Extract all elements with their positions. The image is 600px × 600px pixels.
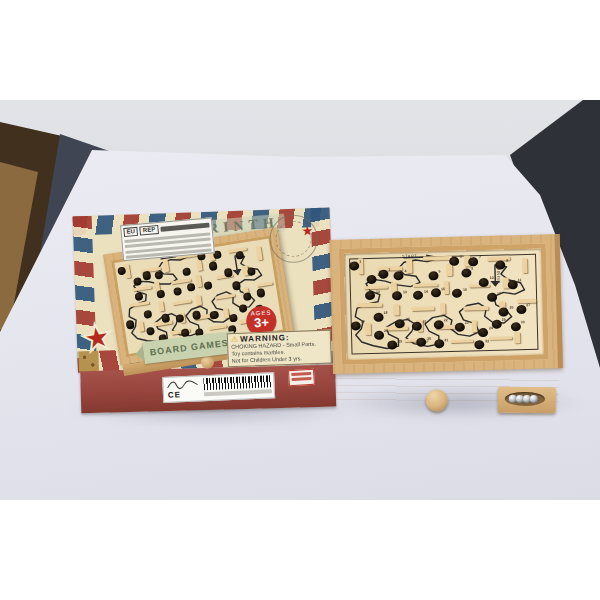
maze-wall	[463, 306, 488, 310]
hole-number: 3	[388, 268, 390, 272]
maze-hole	[208, 261, 217, 270]
barcode-sticker: CE	[162, 372, 275, 403]
star-icon: ★	[301, 224, 313, 237]
hole-number: 33	[521, 320, 525, 324]
maze-hole: 27	[516, 304, 526, 313]
maze-hole: 18	[373, 312, 383, 321]
board-frame: 1234567891011121314151617181920212223242…	[330, 234, 563, 374]
ribbon-label: BOARD GAMES	[149, 338, 229, 358]
sticker-title-bar	[160, 223, 210, 232]
hole-number: 30	[427, 336, 431, 340]
maze-hole: 23	[455, 322, 465, 331]
maze-hole: 5	[428, 271, 438, 280]
hole-number: 28	[384, 329, 388, 333]
hole-number: 8	[506, 258, 508, 262]
maze-wall	[394, 304, 400, 315]
box-front-panel: CE	[80, 365, 336, 414]
maze-hole: 9	[461, 268, 471, 277]
rep-box: REP	[140, 225, 159, 236]
barcode-number	[204, 389, 272, 396]
hole-number: 6	[460, 255, 462, 259]
tilt-knob[interactable]	[426, 389, 449, 412]
maze-wall	[357, 303, 382, 307]
maze-wall	[406, 259, 412, 273]
maze-hole: 19	[350, 321, 360, 330]
hole-number: 4	[404, 269, 406, 273]
photo-scene: LABYRINTH ★ EU REP	[0, 0, 600, 600]
hole-number: 12	[376, 289, 380, 293]
hole-number: 26	[509, 305, 513, 309]
hole-number: 23	[465, 321, 469, 325]
labyrinth-game: 1234567891011121314151617181920212223242…	[330, 234, 567, 430]
hole-number: 9	[471, 266, 473, 270]
ball-tray	[498, 387, 556, 414]
warning-icon: ⚠	[231, 335, 238, 343]
maze-hole: 1	[349, 261, 359, 270]
hole-number: 19	[361, 319, 365, 323]
maze-wall	[471, 321, 477, 332]
maze-wall	[423, 256, 452, 260]
box-lid: LABYRINTH ★ EU REP	[73, 208, 335, 373]
tray-well	[505, 392, 545, 406]
hole-number: 16	[462, 287, 466, 291]
maze-hole	[142, 271, 151, 280]
maze-wall	[522, 258, 528, 273]
maze-hole: 22	[433, 320, 443, 329]
photo-area: LABYRINTH ★ EU REP	[0, 100, 600, 500]
maze-hole: 25	[491, 319, 501, 328]
brand-script: CE	[165, 378, 200, 399]
hole-number: 15	[441, 287, 445, 291]
hole-number: 1	[359, 259, 361, 263]
ce-mark: CE	[168, 390, 182, 400]
hole-number: 21	[423, 320, 427, 324]
hole-number: 10	[489, 276, 493, 280]
barcode	[203, 375, 272, 398]
eu-box: EU	[123, 227, 138, 237]
maze-playfield: 1234567891011121314151617181920212223242…	[346, 251, 542, 358]
hole-number: 32	[485, 339, 489, 343]
hole-number: 14	[424, 289, 428, 293]
hole-number: 22	[444, 318, 448, 322]
postmark-stamp: ★	[269, 214, 319, 264]
hole-number: 11	[518, 278, 522, 282]
steel-ball	[530, 395, 538, 403]
start-label: START	[402, 254, 417, 259]
hole-number: 17	[497, 291, 501, 295]
game-box: LABYRINTH ★ EU REP	[73, 208, 337, 415]
maze-wall	[365, 323, 371, 334]
price-sticker	[288, 369, 315, 387]
board-rim: 1234567891011121314151617181920212223242…	[339, 243, 549, 364]
maze-wall	[514, 332, 520, 343]
maze-wall	[447, 264, 453, 276]
hole-number: 27	[526, 303, 530, 307]
hole-number: 13	[403, 290, 407, 294]
hole-number: 18	[384, 311, 388, 315]
warning-box: ⚠ WARNING: CHOKING HAZARD - Small Parts.…	[227, 330, 332, 368]
ages-value: 3+	[246, 316, 276, 330]
finish-label: FINISH	[496, 268, 501, 284]
maze-hole: 6	[449, 256, 459, 265]
hole-number: 7	[479, 255, 481, 259]
hole-number: 20	[405, 317, 409, 321]
hole-number: 31	[444, 338, 448, 342]
hole-number: 29	[398, 339, 402, 343]
maze-wall	[411, 306, 434, 310]
maze-wall	[440, 303, 446, 314]
hole-number: 25	[502, 318, 506, 322]
barcode-bars	[203, 375, 271, 390]
maze-hole: 3	[378, 269, 388, 278]
star-logo: ★	[78, 317, 116, 358]
